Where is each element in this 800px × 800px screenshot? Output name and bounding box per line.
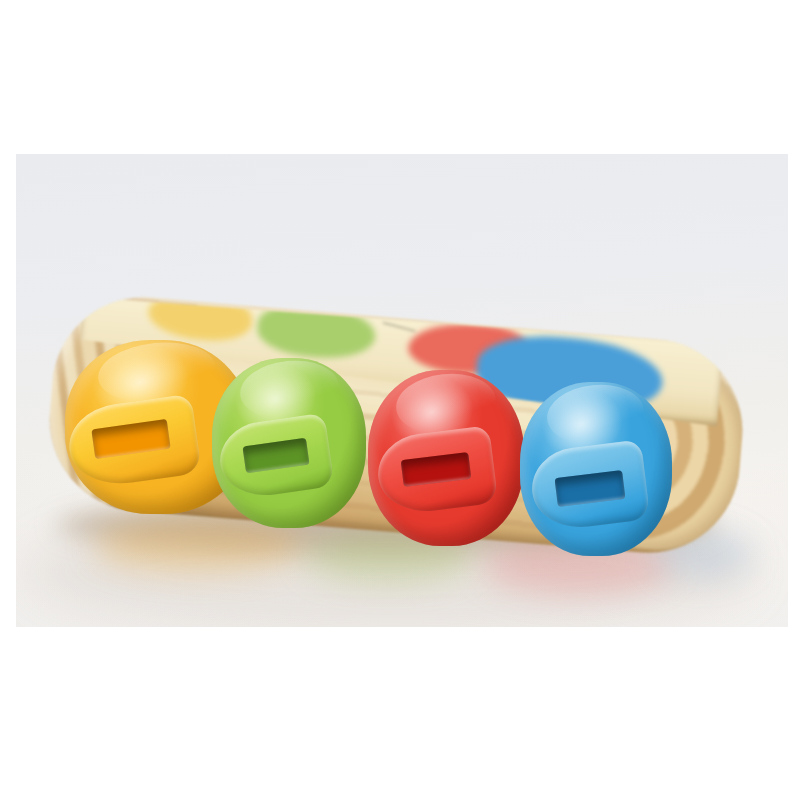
product-photo <box>16 154 788 627</box>
green-peg <box>212 358 366 528</box>
top-face-sketch-line <box>382 322 415 333</box>
blue-peg <box>520 382 672 556</box>
red-peg <box>368 370 524 546</box>
